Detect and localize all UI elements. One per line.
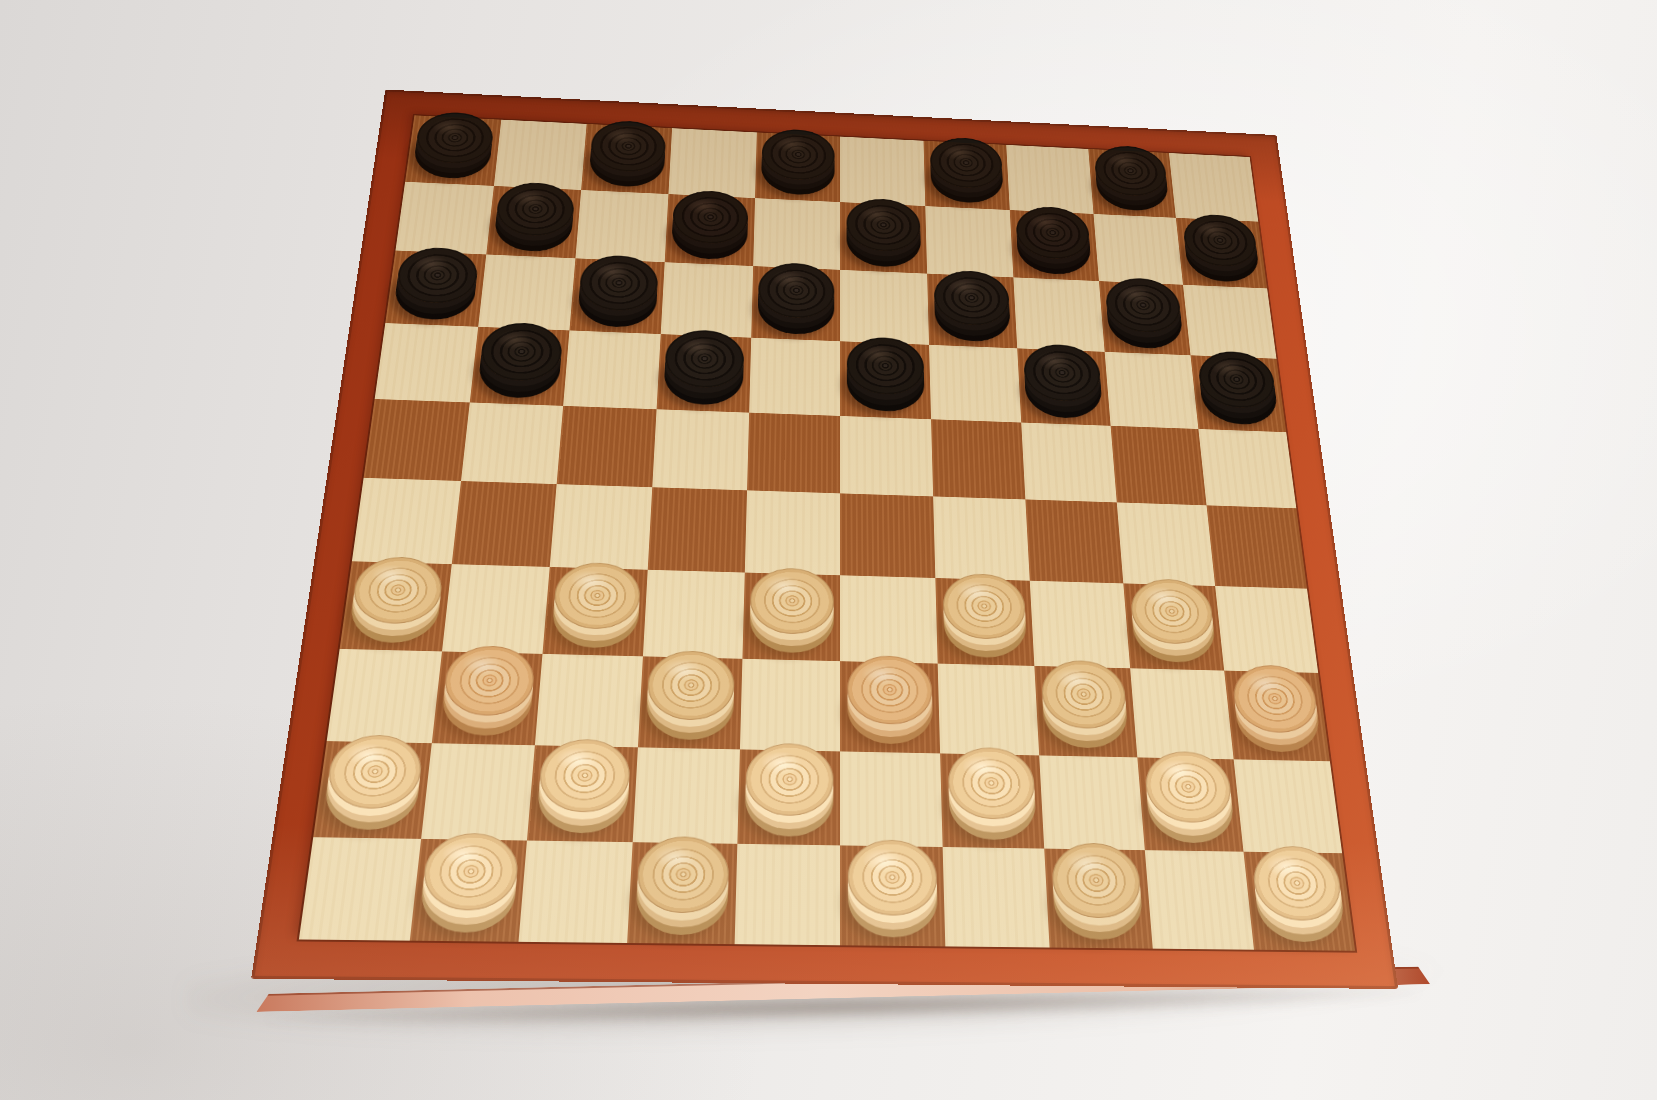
- square-r4c8[interactable]: [1110, 426, 1207, 506]
- square-r8c5: [840, 751, 942, 847]
- square-r5c1[interactable]: [451, 481, 557, 567]
- square-r7c1[interactable]: [432, 651, 543, 745]
- square-r8c2[interactable]: [527, 745, 638, 843]
- square-r3c6: [929, 345, 1021, 423]
- square-r4c4[interactable]: [747, 412, 841, 493]
- square-r2c6[interactable]: [927, 274, 1017, 349]
- square-r7c6: [938, 663, 1039, 755]
- square-r0c2[interactable]: [581, 124, 672, 194]
- square-r7c4: [740, 659, 841, 751]
- black-piece[interactable]: [1023, 343, 1102, 402]
- square-r7c0: [327, 649, 442, 743]
- square-r6c6[interactable]: [936, 578, 1035, 666]
- square-r5c7[interactable]: [1025, 500, 1123, 584]
- square-r0c1: [494, 120, 587, 190]
- square-r3c9[interactable]: [1191, 355, 1286, 432]
- black-piece[interactable]: [933, 269, 1010, 326]
- black-piece[interactable]: [395, 246, 481, 304]
- square-r0c6[interactable]: [924, 141, 1010, 210]
- square-r5c2: [550, 485, 652, 570]
- white-piece[interactable]: [1051, 842, 1143, 918]
- white-piece[interactable]: [1143, 751, 1234, 823]
- white-piece[interactable]: [942, 572, 1026, 639]
- square-r5c3[interactable]: [648, 488, 747, 573]
- white-piece[interactable]: [636, 836, 730, 914]
- white-piece[interactable]: [442, 645, 537, 717]
- square-r2c2[interactable]: [570, 259, 665, 335]
- square-r0c7: [1006, 145, 1093, 214]
- square-r1c4: [753, 198, 840, 270]
- board-frame: [251, 90, 1398, 989]
- square-r1c6: [925, 206, 1013, 278]
- square-r6c3: [643, 570, 745, 659]
- square-r0c3: [669, 128, 757, 198]
- square-r0c4[interactable]: [755, 132, 841, 202]
- square-r4c1: [461, 402, 564, 484]
- square-r9c4: [734, 844, 840, 945]
- black-piece[interactable]: [1015, 205, 1091, 260]
- square-r7c3[interactable]: [638, 656, 742, 749]
- square-r4c2[interactable]: [557, 406, 657, 488]
- square-r8c0[interactable]: [313, 741, 431, 839]
- square-r1c3[interactable]: [665, 194, 755, 266]
- square-r9c3[interactable]: [627, 842, 737, 944]
- square-r9c6: [943, 847, 1050, 947]
- white-piece[interactable]: [750, 567, 834, 635]
- square-r7c7[interactable]: [1034, 666, 1137, 757]
- square-r4c7: [1021, 422, 1116, 502]
- white-piece[interactable]: [1041, 660, 1129, 730]
- square-r7c8: [1130, 668, 1234, 759]
- square-r3c1[interactable]: [470, 327, 570, 406]
- white-piece[interactable]: [537, 738, 631, 812]
- square-r5c0: [352, 478, 461, 564]
- square-r1c2: [576, 190, 669, 263]
- square-r2c3: [661, 262, 753, 337]
- square-r5c4: [745, 491, 841, 576]
- black-piece[interactable]: [578, 254, 659, 312]
- square-r0c0[interactable]: [405, 115, 501, 185]
- square-r7c5[interactable]: [840, 661, 940, 753]
- square-r5c9[interactable]: [1207, 506, 1307, 589]
- white-piece[interactable]: [1250, 845, 1344, 920]
- square-r3c0: [375, 323, 478, 402]
- square-r0c5: [840, 137, 925, 206]
- square-r5c6: [933, 497, 1029, 581]
- square-r2c9: [1183, 285, 1276, 359]
- square-r1c1[interactable]: [486, 186, 581, 259]
- black-piece[interactable]: [761, 128, 834, 181]
- square-r3c5[interactable]: [840, 341, 931, 419]
- square-r8c1: [421, 743, 535, 841]
- white-piece[interactable]: [1129, 578, 1215, 645]
- square-r1c7[interactable]: [1010, 210, 1099, 281]
- photo-stage: [0, 0, 1657, 1100]
- white-piece[interactable]: [420, 832, 520, 910]
- square-r3c2: [563, 331, 660, 410]
- square-r6c1: [442, 564, 550, 654]
- white-piece[interactable]: [552, 561, 641, 629]
- black-piece[interactable]: [479, 322, 564, 383]
- square-r6c2[interactable]: [543, 567, 648, 656]
- square-r9c9[interactable]: [1244, 852, 1355, 951]
- square-r2c5: [840, 270, 929, 345]
- square-r1c9[interactable]: [1176, 218, 1267, 289]
- black-piece[interactable]: [494, 181, 575, 237]
- black-piece[interactable]: [1196, 350, 1277, 409]
- square-r6c7: [1030, 581, 1130, 668]
- white-piece[interactable]: [848, 839, 938, 916]
- square-r8c8[interactable]: [1137, 757, 1244, 852]
- draughts-board: [251, 90, 1398, 989]
- square-r9c5[interactable]: [840, 846, 945, 947]
- square-r3c7[interactable]: [1017, 348, 1110, 425]
- black-piece[interactable]: [847, 336, 925, 396]
- square-r5c8: [1116, 503, 1215, 586]
- square-r9c7[interactable]: [1044, 849, 1152, 949]
- square-r2c0[interactable]: [385, 251, 486, 327]
- black-piece[interactable]: [758, 262, 835, 320]
- square-r2c1: [478, 255, 576, 331]
- square-r6c5: [840, 575, 937, 663]
- square-r3c4: [749, 338, 841, 416]
- white-piece[interactable]: [847, 655, 933, 725]
- square-r6c8[interactable]: [1123, 584, 1224, 671]
- square-r7c2: [535, 654, 643, 747]
- square-r8c6[interactable]: [940, 753, 1044, 849]
- square-r9c8: [1144, 850, 1254, 949]
- white-piece[interactable]: [1230, 664, 1319, 733]
- square-r9c2: [519, 841, 633, 943]
- black-piece[interactable]: [929, 136, 1003, 189]
- black-piece[interactable]: [589, 120, 666, 174]
- square-r9c1[interactable]: [409, 839, 527, 942]
- black-piece[interactable]: [672, 189, 749, 245]
- square-r8c4[interactable]: [737, 749, 840, 846]
- black-piece[interactable]: [846, 197, 920, 252]
- square-r6c9: [1215, 586, 1318, 673]
- square-r4c6[interactable]: [931, 419, 1025, 500]
- square-r2c4[interactable]: [751, 266, 840, 341]
- square-r4c5: [840, 416, 933, 497]
- square-r7c9[interactable]: [1224, 671, 1329, 761]
- square-r6c4[interactable]: [742, 573, 840, 661]
- square-r2c7: [1013, 278, 1104, 352]
- square-r8c7: [1039, 755, 1144, 850]
- square-r1c8: [1093, 214, 1183, 285]
- square-r8c9: [1234, 759, 1342, 853]
- black-piece[interactable]: [1104, 277, 1182, 334]
- white-piece[interactable]: [325, 734, 425, 809]
- square-r4c9: [1199, 429, 1297, 509]
- board-grid: [299, 115, 1355, 950]
- square-r6c0[interactable]: [340, 561, 452, 651]
- square-r8c3: [633, 747, 740, 844]
- black-piece[interactable]: [1181, 213, 1258, 268]
- black-piece[interactable]: [664, 329, 745, 389]
- black-piece[interactable]: [1093, 145, 1168, 198]
- square-r1c0: [395, 182, 493, 255]
- white-piece[interactable]: [647, 650, 736, 721]
- square-r9c0: [299, 837, 421, 940]
- square-r2c8[interactable]: [1099, 281, 1191, 355]
- white-piece[interactable]: [350, 556, 445, 625]
- white-piece[interactable]: [947, 747, 1036, 820]
- black-piece[interactable]: [414, 111, 496, 165]
- square-r4c3: [652, 409, 749, 491]
- white-piece[interactable]: [745, 743, 834, 817]
- square-r5c5[interactable]: [840, 494, 935, 578]
- square-r3c8: [1104, 352, 1198, 429]
- square-r1c5[interactable]: [840, 202, 927, 274]
- square-r4c0[interactable]: [364, 399, 470, 482]
- square-r0c8[interactable]: [1088, 149, 1176, 218]
- square-r3c3[interactable]: [657, 334, 751, 412]
- square-r0c9: [1169, 153, 1258, 221]
